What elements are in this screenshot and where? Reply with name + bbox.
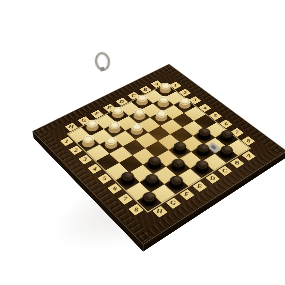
product-photo-stage: 1122334455667788AABBCCDDEEFFGGHH	[0, 0, 285, 285]
black-checker-f8[interactable]	[167, 178, 185, 191]
rank-label-2-near: 2	[69, 145, 83, 155]
black-checker-d8[interactable]	[193, 163, 211, 176]
square-c5[interactable]	[170, 127, 192, 142]
rank-label-8-near: 8	[129, 204, 144, 216]
rank-label-1-near: 1	[60, 137, 73, 146]
rank-label-4-near: 4	[88, 164, 102, 174]
rank-label-6-near: 6	[108, 183, 123, 194]
black-checker-d6[interactable]	[171, 145, 188, 157]
rank-label-8-far: 8	[242, 136, 256, 145]
file-label-H-near: H	[152, 206, 167, 218]
black-checker-b8[interactable]	[218, 148, 235, 160]
black-checker-a7[interactable]	[218, 133, 235, 145]
square-f2[interactable]	[104, 122, 126, 137]
black-checker-h8[interactable]	[140, 195, 158, 209]
white-checker-f2[interactable]	[106, 124, 122, 135]
metal-hanging-ring	[93, 51, 111, 72]
black-checker-b6[interactable]	[196, 131, 213, 142]
square-h8[interactable]	[137, 192, 162, 211]
